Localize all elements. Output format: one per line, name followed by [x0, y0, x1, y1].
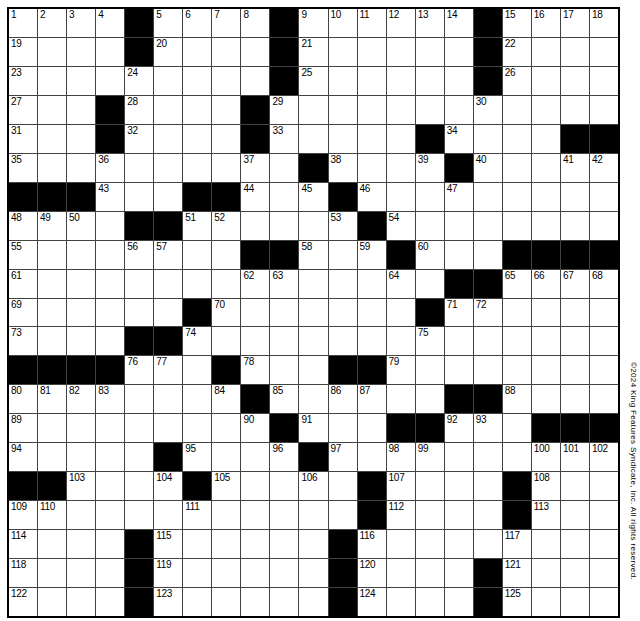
- cell-r20c21[interactable]: [590, 559, 618, 587]
- cell-r10c9[interactable]: 62: [241, 270, 269, 298]
- cell-r14c18[interactable]: 88: [503, 385, 531, 413]
- cell-r12c16[interactable]: [445, 327, 473, 355]
- cell-r1c12[interactable]: 10: [329, 9, 357, 37]
- cell-r13c19[interactable]: [532, 356, 560, 384]
- cell-r11c14[interactable]: [387, 299, 415, 327]
- cell-r11c12[interactable]: [329, 299, 357, 327]
- cell-r8c17[interactable]: [474, 212, 502, 240]
- cell-r3c9[interactable]: [241, 67, 269, 95]
- cell-r5c13[interactable]: [358, 125, 386, 153]
- cell-r12c7[interactable]: 74: [183, 327, 211, 355]
- cell-r16c17[interactable]: [474, 443, 502, 471]
- cell-r4c10[interactable]: 29: [270, 96, 298, 124]
- cell-r15c5[interactable]: [125, 414, 153, 442]
- cell-r2c7[interactable]: [183, 38, 211, 66]
- cell-r4c11[interactable]: [299, 96, 327, 124]
- cell-r1c13[interactable]: 11: [358, 9, 386, 37]
- cell-r8c2[interactable]: 49: [38, 212, 66, 240]
- cell-r2c15[interactable]: [416, 38, 444, 66]
- cell-r10c18[interactable]: 65: [503, 270, 531, 298]
- cell-r10c19[interactable]: 66: [532, 270, 560, 298]
- cell-r16c2[interactable]: [38, 443, 66, 471]
- cell-r13c10[interactable]: [270, 356, 298, 384]
- cell-r21c1[interactable]: 122: [9, 588, 37, 616]
- cell-r4c12[interactable]: [329, 96, 357, 124]
- cell-r20c18[interactable]: 121: [503, 559, 531, 587]
- cell-r12c19[interactable]: [532, 327, 560, 355]
- cell-r2c11[interactable]: 21: [299, 38, 327, 66]
- cell-r18c10[interactable]: [270, 501, 298, 529]
- cell-r19c15[interactable]: [416, 530, 444, 558]
- cell-r7c16[interactable]: 47: [445, 183, 473, 211]
- cell-r18c2[interactable]: 110: [38, 501, 66, 529]
- cell-r4c7[interactable]: [183, 96, 211, 124]
- cell-r9c4[interactable]: [96, 241, 124, 269]
- cell-r2c18[interactable]: 22: [503, 38, 531, 66]
- cell-r13c17[interactable]: [474, 356, 502, 384]
- cell-r16c19[interactable]: 100: [532, 443, 560, 471]
- cell-r12c1[interactable]: 73: [9, 327, 37, 355]
- cell-r16c20[interactable]: 101: [561, 443, 589, 471]
- cell-r1c14[interactable]: 12: [387, 9, 415, 37]
- cell-r14c15[interactable]: [416, 385, 444, 413]
- cell-r4c13[interactable]: [358, 96, 386, 124]
- cell-r6c20[interactable]: 41: [561, 154, 589, 182]
- cell-r16c18[interactable]: [503, 443, 531, 471]
- cell-r19c1[interactable]: 114: [9, 530, 37, 558]
- cell-r15c13[interactable]: [358, 414, 386, 442]
- cell-r12c21[interactable]: [590, 327, 618, 355]
- cell-r2c9[interactable]: [241, 38, 269, 66]
- cell-r20c8[interactable]: [212, 559, 240, 587]
- cell-r1c9[interactable]: 8: [241, 9, 269, 37]
- cell-r7c4[interactable]: 43: [96, 183, 124, 211]
- cell-r21c10[interactable]: [270, 588, 298, 616]
- cell-r10c14[interactable]: 64: [387, 270, 415, 298]
- cell-r8c7[interactable]: 51: [183, 212, 211, 240]
- cell-r21c4[interactable]: [96, 588, 124, 616]
- cell-r18c7[interactable]: 111: [183, 501, 211, 529]
- cell-r2c4[interactable]: [96, 38, 124, 66]
- cell-r10c6[interactable]: [154, 270, 182, 298]
- cell-r12c14[interactable]: [387, 327, 415, 355]
- cell-r10c7[interactable]: [183, 270, 211, 298]
- cell-r2c1[interactable]: 19: [9, 38, 37, 66]
- cell-r14c3[interactable]: 82: [67, 385, 95, 413]
- cell-r14c12[interactable]: 86: [329, 385, 357, 413]
- cell-r6c13[interactable]: [358, 154, 386, 182]
- cell-r17c5[interactable]: [125, 472, 153, 500]
- cell-r5c19[interactable]: [532, 125, 560, 153]
- cell-r17c11[interactable]: 106: [299, 472, 327, 500]
- cell-r19c11[interactable]: [299, 530, 327, 558]
- cell-r14c6[interactable]: [154, 385, 182, 413]
- cell-r11c18[interactable]: [503, 299, 531, 327]
- cell-r15c16[interactable]: 92: [445, 414, 473, 442]
- cell-r16c15[interactable]: 99: [416, 443, 444, 471]
- cell-r1c20[interactable]: 17: [561, 9, 589, 37]
- cell-r4c20[interactable]: [561, 96, 589, 124]
- cell-r18c6[interactable]: [154, 501, 182, 529]
- cell-r11c6[interactable]: [154, 299, 182, 327]
- cell-r15c2[interactable]: [38, 414, 66, 442]
- cell-r3c3[interactable]: [67, 67, 95, 95]
- cell-r19c10[interactable]: [270, 530, 298, 558]
- cell-r12c11[interactable]: [299, 327, 327, 355]
- cell-r5c17[interactable]: [474, 125, 502, 153]
- cell-r13c14[interactable]: 79: [387, 356, 415, 384]
- cell-r10c4[interactable]: [96, 270, 124, 298]
- cell-r8c4[interactable]: [96, 212, 124, 240]
- cell-r16c10[interactable]: 96: [270, 443, 298, 471]
- cell-r6c17[interactable]: 40: [474, 154, 502, 182]
- cell-r8c21[interactable]: [590, 212, 618, 240]
- cell-r5c7[interactable]: [183, 125, 211, 153]
- cell-r3c1[interactable]: 23: [9, 67, 37, 95]
- cell-r1c6[interactable]: 5: [154, 9, 182, 37]
- cell-r8c3[interactable]: 50: [67, 212, 95, 240]
- cell-r11c9[interactable]: [241, 299, 269, 327]
- cell-r7c6[interactable]: [154, 183, 182, 211]
- cell-r3c19[interactable]: [532, 67, 560, 95]
- cell-r13c5[interactable]: 76: [125, 356, 153, 384]
- cell-r4c14[interactable]: [387, 96, 415, 124]
- cell-r3c7[interactable]: [183, 67, 211, 95]
- cell-r21c11[interactable]: [299, 588, 327, 616]
- cell-r5c2[interactable]: [38, 125, 66, 153]
- cell-r9c2[interactable]: [38, 241, 66, 269]
- cell-r17c21[interactable]: [590, 472, 618, 500]
- cell-r20c14[interactable]: [387, 559, 415, 587]
- cell-r7c15[interactable]: [416, 183, 444, 211]
- cell-r4c3[interactable]: [67, 96, 95, 124]
- cell-r2c19[interactable]: [532, 38, 560, 66]
- cell-r7c20[interactable]: [561, 183, 589, 211]
- cell-r19c7[interactable]: [183, 530, 211, 558]
- cell-r16c13[interactable]: [358, 443, 386, 471]
- cell-r7c9[interactable]: 44: [241, 183, 269, 211]
- cell-r4c18[interactable]: [503, 96, 531, 124]
- cell-r10c8[interactable]: [212, 270, 240, 298]
- cell-r8c8[interactable]: 52: [212, 212, 240, 240]
- cell-r19c13[interactable]: 116: [358, 530, 386, 558]
- cell-r3c21[interactable]: [590, 67, 618, 95]
- cell-r19c3[interactable]: [67, 530, 95, 558]
- cell-r4c15[interactable]: [416, 96, 444, 124]
- cell-r10c5[interactable]: [125, 270, 153, 298]
- cell-r4c8[interactable]: [212, 96, 240, 124]
- cell-r21c7[interactable]: [183, 588, 211, 616]
- cell-r5c12[interactable]: [329, 125, 357, 153]
- cell-r6c4[interactable]: 36: [96, 154, 124, 182]
- cell-r9c15[interactable]: 60: [416, 241, 444, 269]
- cell-r8c14[interactable]: 54: [387, 212, 415, 240]
- cell-r15c8[interactable]: [212, 414, 240, 442]
- cell-r2c14[interactable]: [387, 38, 415, 66]
- cell-r3c18[interactable]: 26: [503, 67, 531, 95]
- cell-r8c11[interactable]: [299, 212, 327, 240]
- cell-r12c12[interactable]: [329, 327, 357, 355]
- cell-r3c5[interactable]: 24: [125, 67, 153, 95]
- cell-r11c20[interactable]: [561, 299, 589, 327]
- cell-r11c16[interactable]: 71: [445, 299, 473, 327]
- cell-r18c15[interactable]: [416, 501, 444, 529]
- cell-r12c13[interactable]: [358, 327, 386, 355]
- cell-r2c20[interactable]: [561, 38, 589, 66]
- cell-r20c13[interactable]: 120: [358, 559, 386, 587]
- cell-r14c11[interactable]: [299, 385, 327, 413]
- cell-r17c8[interactable]: 105: [212, 472, 240, 500]
- cell-r20c6[interactable]: 119: [154, 559, 182, 587]
- cell-r19c14[interactable]: [387, 530, 415, 558]
- cell-r21c18[interactable]: 125: [503, 588, 531, 616]
- cell-r10c15[interactable]: [416, 270, 444, 298]
- cell-r21c9[interactable]: [241, 588, 269, 616]
- cell-r16c8[interactable]: [212, 443, 240, 471]
- cell-r6c21[interactable]: 42: [590, 154, 618, 182]
- cell-r18c12[interactable]: [329, 501, 357, 529]
- cell-r15c9[interactable]: 90: [241, 414, 269, 442]
- cell-r16c3[interactable]: [67, 443, 95, 471]
- cell-r6c8[interactable]: [212, 154, 240, 182]
- cell-r11c21[interactable]: [590, 299, 618, 327]
- cell-r6c18[interactable]: [503, 154, 531, 182]
- cell-r21c6[interactable]: 123: [154, 588, 182, 616]
- cell-r4c5[interactable]: 28: [125, 96, 153, 124]
- cell-r4c2[interactable]: [38, 96, 66, 124]
- cell-r1c2[interactable]: 2: [38, 9, 66, 37]
- cell-r1c11[interactable]: 9: [299, 9, 327, 37]
- cell-r19c19[interactable]: [532, 530, 560, 558]
- cell-r9c5[interactable]: 56: [125, 241, 153, 269]
- cell-r2c21[interactable]: [590, 38, 618, 66]
- cell-r20c1[interactable]: 118: [9, 559, 37, 587]
- cell-r5c6[interactable]: [154, 125, 182, 153]
- cell-r10c10[interactable]: 63: [270, 270, 298, 298]
- cell-r3c6[interactable]: [154, 67, 182, 95]
- cell-r9c13[interactable]: 59: [358, 241, 386, 269]
- cell-r15c7[interactable]: [183, 414, 211, 442]
- cell-r9c8[interactable]: [212, 241, 240, 269]
- cell-r18c9[interactable]: [241, 501, 269, 529]
- cell-r14c14[interactable]: [387, 385, 415, 413]
- cell-r11c11[interactable]: [299, 299, 327, 327]
- cell-r2c8[interactable]: [212, 38, 240, 66]
- cell-r6c6[interactable]: [154, 154, 182, 182]
- cell-r2c3[interactable]: [67, 38, 95, 66]
- cell-r16c7[interactable]: 95: [183, 443, 211, 471]
- cell-r14c10[interactable]: 85: [270, 385, 298, 413]
- cell-r7c11[interactable]: 45: [299, 183, 327, 211]
- cell-r6c12[interactable]: 38: [329, 154, 357, 182]
- cell-r21c20[interactable]: [561, 588, 589, 616]
- cell-r13c15[interactable]: [416, 356, 444, 384]
- cell-r3c15[interactable]: [416, 67, 444, 95]
- cell-r12c15[interactable]: 75: [416, 327, 444, 355]
- cell-r17c15[interactable]: [416, 472, 444, 500]
- cell-r13c6[interactable]: 77: [154, 356, 182, 384]
- cell-r15c17[interactable]: 93: [474, 414, 502, 442]
- cell-r20c7[interactable]: [183, 559, 211, 587]
- cell-r2c2[interactable]: [38, 38, 66, 66]
- cell-r14c7[interactable]: [183, 385, 211, 413]
- cell-r8c12[interactable]: 53: [329, 212, 357, 240]
- cell-r9c3[interactable]: [67, 241, 95, 269]
- cell-r8c1[interactable]: 48: [9, 212, 37, 240]
- cell-r12c20[interactable]: [561, 327, 589, 355]
- cell-r15c1[interactable]: 89: [9, 414, 37, 442]
- cell-r6c10[interactable]: [270, 154, 298, 182]
- cell-r9c11[interactable]: 58: [299, 241, 327, 269]
- cell-r13c18[interactable]: [503, 356, 531, 384]
- cell-r14c13[interactable]: 87: [358, 385, 386, 413]
- cell-r20c2[interactable]: [38, 559, 66, 587]
- cell-r20c11[interactable]: [299, 559, 327, 587]
- cell-r2c12[interactable]: [329, 38, 357, 66]
- cell-r17c19[interactable]: 108: [532, 472, 560, 500]
- cell-r16c21[interactable]: 102: [590, 443, 618, 471]
- cell-r19c6[interactable]: 115: [154, 530, 182, 558]
- cell-r13c9[interactable]: 78: [241, 356, 269, 384]
- cell-r11c19[interactable]: [532, 299, 560, 327]
- cell-r1c3[interactable]: 3: [67, 9, 95, 37]
- cell-r19c17[interactable]: [474, 530, 502, 558]
- cell-r18c16[interactable]: [445, 501, 473, 529]
- cell-r18c5[interactable]: [125, 501, 153, 529]
- cell-r12c9[interactable]: [241, 327, 269, 355]
- cell-r15c3[interactable]: [67, 414, 95, 442]
- cell-r18c8[interactable]: [212, 501, 240, 529]
- cell-r17c12[interactable]: [329, 472, 357, 500]
- cell-r2c16[interactable]: [445, 38, 473, 66]
- cell-r8c16[interactable]: [445, 212, 473, 240]
- cell-r14c19[interactable]: [532, 385, 560, 413]
- cell-r6c3[interactable]: [67, 154, 95, 182]
- cell-r17c14[interactable]: 107: [387, 472, 415, 500]
- cell-r16c4[interactable]: [96, 443, 124, 471]
- cell-r12c18[interactable]: [503, 327, 531, 355]
- cell-r12c4[interactable]: [96, 327, 124, 355]
- cell-r21c15[interactable]: [416, 588, 444, 616]
- cell-r15c6[interactable]: [154, 414, 182, 442]
- cell-r5c5[interactable]: 32: [125, 125, 153, 153]
- cell-r7c10[interactable]: [270, 183, 298, 211]
- cell-r6c7[interactable]: [183, 154, 211, 182]
- cell-r10c12[interactable]: [329, 270, 357, 298]
- cell-r16c9[interactable]: [241, 443, 269, 471]
- cell-r13c16[interactable]: [445, 356, 473, 384]
- cell-r17c20[interactable]: [561, 472, 589, 500]
- cell-r14c2[interactable]: 81: [38, 385, 66, 413]
- cell-r5c11[interactable]: [299, 125, 327, 153]
- cell-r1c21[interactable]: 18: [590, 9, 618, 37]
- cell-r9c6[interactable]: 57: [154, 241, 182, 269]
- cell-r19c18[interactable]: 117: [503, 530, 531, 558]
- cell-r4c1[interactable]: 27: [9, 96, 37, 124]
- cell-r3c11[interactable]: 25: [299, 67, 327, 95]
- cell-r21c16[interactable]: [445, 588, 473, 616]
- cell-r11c4[interactable]: [96, 299, 124, 327]
- cell-r21c19[interactable]: [532, 588, 560, 616]
- cell-r14c1[interactable]: 80: [9, 385, 37, 413]
- cell-r21c13[interactable]: 124: [358, 588, 386, 616]
- cell-r10c1[interactable]: 61: [9, 270, 37, 298]
- cell-r12c2[interactable]: [38, 327, 66, 355]
- cell-r21c8[interactable]: [212, 588, 240, 616]
- cell-r10c21[interactable]: 68: [590, 270, 618, 298]
- cell-r1c16[interactable]: 14: [445, 9, 473, 37]
- cell-r1c18[interactable]: 15: [503, 9, 531, 37]
- cell-r12c8[interactable]: [212, 327, 240, 355]
- cell-r3c14[interactable]: [387, 67, 415, 95]
- cell-r6c14[interactable]: [387, 154, 415, 182]
- cell-r2c13[interactable]: [358, 38, 386, 66]
- cell-r14c5[interactable]: [125, 385, 153, 413]
- cell-r3c12[interactable]: [329, 67, 357, 95]
- cell-r21c21[interactable]: [590, 588, 618, 616]
- cell-r8c19[interactable]: [532, 212, 560, 240]
- cell-r5c16[interactable]: 34: [445, 125, 473, 153]
- cell-r19c21[interactable]: [590, 530, 618, 558]
- cell-r17c17[interactable]: [474, 472, 502, 500]
- cell-r20c16[interactable]: [445, 559, 473, 587]
- cell-r11c8[interactable]: 70: [212, 299, 240, 327]
- cell-r6c19[interactable]: [532, 154, 560, 182]
- cell-r9c12[interactable]: [329, 241, 357, 269]
- cell-r5c14[interactable]: [387, 125, 415, 153]
- cell-r7c17[interactable]: [474, 183, 502, 211]
- cell-r16c1[interactable]: 94: [9, 443, 37, 471]
- cell-r10c13[interactable]: [358, 270, 386, 298]
- cell-r19c4[interactable]: [96, 530, 124, 558]
- cell-r14c8[interactable]: 84: [212, 385, 240, 413]
- cell-r8c20[interactable]: [561, 212, 589, 240]
- cell-r4c17[interactable]: 30: [474, 96, 502, 124]
- cell-r15c4[interactable]: [96, 414, 124, 442]
- cell-r20c10[interactable]: [270, 559, 298, 587]
- cell-r13c11[interactable]: [299, 356, 327, 384]
- cell-r16c5[interactable]: [125, 443, 153, 471]
- cell-r4c21[interactable]: [590, 96, 618, 124]
- cell-r16c14[interactable]: 98: [387, 443, 415, 471]
- cell-r8c10[interactable]: [270, 212, 298, 240]
- cell-r18c4[interactable]: [96, 501, 124, 529]
- cell-r4c19[interactable]: [532, 96, 560, 124]
- cell-r16c16[interactable]: [445, 443, 473, 471]
- cell-r3c13[interactable]: [358, 67, 386, 95]
- cell-r3c8[interactable]: [212, 67, 240, 95]
- cell-r8c15[interactable]: [416, 212, 444, 240]
- cell-r13c7[interactable]: [183, 356, 211, 384]
- cell-r11c10[interactable]: [270, 299, 298, 327]
- cell-r17c6[interactable]: 104: [154, 472, 182, 500]
- cell-r12c10[interactable]: [270, 327, 298, 355]
- cell-r20c20[interactable]: [561, 559, 589, 587]
- cell-r1c1[interactable]: 1: [9, 9, 37, 37]
- cell-r19c20[interactable]: [561, 530, 589, 558]
- cell-r20c4[interactable]: [96, 559, 124, 587]
- cell-r3c4[interactable]: [96, 67, 124, 95]
- cell-r18c19[interactable]: 113: [532, 501, 560, 529]
- cell-r9c17[interactable]: [474, 241, 502, 269]
- cell-r1c19[interactable]: 16: [532, 9, 560, 37]
- cell-r3c16[interactable]: [445, 67, 473, 95]
- cell-r14c20[interactable]: [561, 385, 589, 413]
- cell-r5c3[interactable]: [67, 125, 95, 153]
- cell-r17c10[interactable]: [270, 472, 298, 500]
- cell-r18c14[interactable]: 112: [387, 501, 415, 529]
- cell-r8c9[interactable]: [241, 212, 269, 240]
